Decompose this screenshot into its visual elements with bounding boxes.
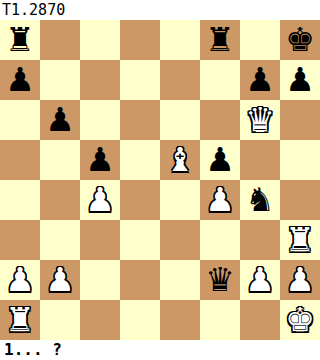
black-pawn: ♟ <box>5 60 35 100</box>
square-g7[interactable]: ♟ <box>240 60 280 100</box>
black-queen: ♛ <box>205 260 235 300</box>
square-d5[interactable] <box>120 140 160 180</box>
square-g2[interactable]: ♟ <box>240 260 280 300</box>
square-h1[interactable]: ♚ <box>280 300 320 340</box>
square-c5[interactable]: ♟ <box>80 140 120 180</box>
white-pawn: ♟ <box>285 260 315 300</box>
chess-puzzle-window: T1.2870 ♜♜♚♟♟♟♟♛♟♝♟♟♟♞♜♟♟♛♟♟♜♚ 1... ? <box>0 0 320 360</box>
move-prompt-label: 1... ? <box>0 340 320 360</box>
white-pawn: ♟ <box>45 260 75 300</box>
square-d1[interactable] <box>120 300 160 340</box>
white-bishop: ♝ <box>165 140 195 180</box>
square-c2[interactable] <box>80 260 120 300</box>
square-d7[interactable] <box>120 60 160 100</box>
square-d4[interactable] <box>120 180 160 220</box>
square-d2[interactable] <box>120 260 160 300</box>
puzzle-id-label: T1.2870 <box>0 0 320 20</box>
square-h7[interactable]: ♟ <box>280 60 320 100</box>
square-c6[interactable] <box>80 100 120 140</box>
square-a8[interactable]: ♜ <box>0 20 40 60</box>
square-b6[interactable]: ♟ <box>40 100 80 140</box>
white-king: ♚ <box>285 300 315 340</box>
square-e2[interactable] <box>160 260 200 300</box>
square-h4[interactable] <box>280 180 320 220</box>
square-c1[interactable] <box>80 300 120 340</box>
square-f8[interactable]: ♜ <box>200 20 240 60</box>
square-d6[interactable] <box>120 100 160 140</box>
square-e6[interactable] <box>160 100 200 140</box>
square-a3[interactable] <box>0 220 40 260</box>
square-g5[interactable] <box>240 140 280 180</box>
black-pawn: ♟ <box>45 100 75 140</box>
square-h8[interactable]: ♚ <box>280 20 320 60</box>
black-rook: ♜ <box>5 20 35 60</box>
square-e8[interactable] <box>160 20 200 60</box>
square-a7[interactable]: ♟ <box>0 60 40 100</box>
square-e4[interactable] <box>160 180 200 220</box>
white-pawn: ♟ <box>245 260 275 300</box>
white-rook: ♜ <box>5 300 35 340</box>
square-b5[interactable] <box>40 140 80 180</box>
black-king: ♚ <box>285 20 315 60</box>
square-c7[interactable] <box>80 60 120 100</box>
square-a5[interactable] <box>0 140 40 180</box>
white-pawn: ♟ <box>205 180 235 220</box>
white-rook: ♜ <box>285 220 315 260</box>
square-g3[interactable] <box>240 220 280 260</box>
black-pawn: ♟ <box>245 60 275 100</box>
square-c4[interactable]: ♟ <box>80 180 120 220</box>
square-f7[interactable] <box>200 60 240 100</box>
square-c3[interactable] <box>80 220 120 260</box>
square-g6[interactable]: ♛ <box>240 100 280 140</box>
black-rook: ♜ <box>205 20 235 60</box>
chess-board: ♜♜♚♟♟♟♟♛♟♝♟♟♟♞♜♟♟♛♟♟♜♚ <box>0 20 320 340</box>
white-pawn: ♟ <box>85 180 115 220</box>
square-f3[interactable] <box>200 220 240 260</box>
square-b2[interactable]: ♟ <box>40 260 80 300</box>
square-f1[interactable] <box>200 300 240 340</box>
square-a6[interactable] <box>0 100 40 140</box>
square-b7[interactable] <box>40 60 80 100</box>
square-f4[interactable]: ♟ <box>200 180 240 220</box>
white-queen: ♛ <box>245 100 275 140</box>
square-b3[interactable] <box>40 220 80 260</box>
white-pawn: ♟ <box>5 260 35 300</box>
square-e3[interactable] <box>160 220 200 260</box>
square-e5[interactable]: ♝ <box>160 140 200 180</box>
square-h3[interactable]: ♜ <box>280 220 320 260</box>
square-g8[interactable] <box>240 20 280 60</box>
square-b1[interactable] <box>40 300 80 340</box>
square-d3[interactable] <box>120 220 160 260</box>
square-a1[interactable]: ♜ <box>0 300 40 340</box>
square-b8[interactable] <box>40 20 80 60</box>
square-e7[interactable] <box>160 60 200 100</box>
square-a4[interactable] <box>0 180 40 220</box>
square-h5[interactable] <box>280 140 320 180</box>
black-pawn: ♟ <box>85 140 115 180</box>
square-a2[interactable]: ♟ <box>0 260 40 300</box>
square-c8[interactable] <box>80 20 120 60</box>
square-f2[interactable]: ♛ <box>200 260 240 300</box>
square-g4[interactable]: ♞ <box>240 180 280 220</box>
square-h2[interactable]: ♟ <box>280 260 320 300</box>
square-f6[interactable] <box>200 100 240 140</box>
square-h6[interactable] <box>280 100 320 140</box>
square-e1[interactable] <box>160 300 200 340</box>
square-f5[interactable]: ♟ <box>200 140 240 180</box>
square-b4[interactable] <box>40 180 80 220</box>
black-pawn: ♟ <box>285 60 315 100</box>
black-knight: ♞ <box>245 180 275 220</box>
square-d8[interactable] <box>120 20 160 60</box>
black-pawn: ♟ <box>205 140 235 180</box>
square-g1[interactable] <box>240 300 280 340</box>
